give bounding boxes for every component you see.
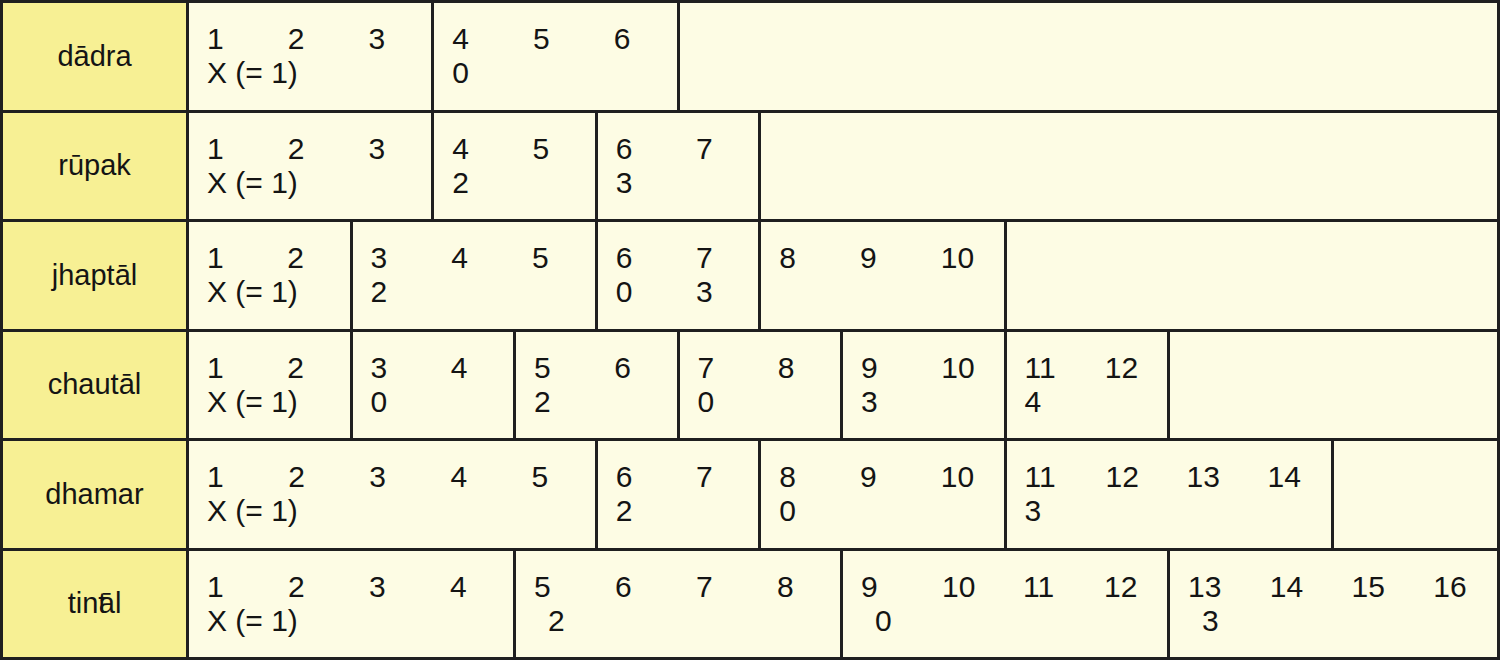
beat-slot: 6: [597, 570, 678, 638]
beat-slot: 3: [351, 22, 432, 90]
beat-slot: 12: [1087, 351, 1167, 419]
beat-marking: [614, 56, 677, 90]
tala-label-tintal: tintāl: [3, 551, 189, 658]
vibhag-cell-rupak-2: 425: [434, 113, 598, 220]
beat-number: 8: [779, 460, 842, 494]
beat-number: 5: [533, 132, 595, 166]
vibhag-cell-jhaptal-1: 1X (= 1)2: [189, 222, 353, 329]
beat-slot: 8: [761, 241, 842, 309]
beat-number: 1: [207, 351, 269, 385]
beat-slot: 113: [1007, 460, 1088, 528]
beat-slot: 114: [1007, 351, 1087, 419]
beat-marking: [450, 494, 513, 528]
beat-number: 9: [860, 460, 923, 494]
beat-number: 5: [534, 570, 597, 604]
beat-marking: [779, 275, 842, 309]
beat-slot: 52: [516, 570, 597, 638]
beat-number: 6: [614, 351, 676, 385]
beat-marking: [941, 275, 1004, 309]
beat-marking: 3: [861, 385, 923, 419]
beat-number: 6: [614, 22, 677, 56]
beat-marking: [860, 275, 923, 309]
tala-label-text: dhamar: [45, 478, 143, 511]
beat-marking: 3: [1025, 494, 1088, 528]
beat-slot: 12: [1086, 570, 1167, 638]
beat-slot: 3: [351, 570, 432, 638]
beat-number: 4: [452, 132, 514, 166]
beat-number: 6: [616, 460, 678, 494]
beat-marking: [941, 494, 1004, 528]
empty-remainder: [761, 113, 1497, 220]
vibhag-cell-tintal-3: 90101112: [843, 551, 1170, 658]
vibhag-cell-tintal-2: 52678: [516, 551, 843, 658]
empty-remainder: [680, 3, 1498, 110]
beat-marking: 0: [616, 275, 678, 309]
beat-slot: 90: [843, 570, 924, 638]
beat-marking: [288, 604, 351, 638]
vibhag-cell-chautal-6: 11412: [1007, 332, 1171, 439]
tala-label-text: chautāl: [48, 368, 142, 401]
empty-remainder: [1170, 332, 1497, 439]
beat-slot: 4: [433, 351, 513, 419]
beat-number: 9: [861, 570, 924, 604]
beat-slot: 7: [678, 460, 758, 528]
beat-marking: X (= 1): [207, 385, 269, 419]
beat-slot: 70: [680, 351, 760, 419]
beat-marking: [369, 166, 432, 200]
beat-slot: 4: [433, 241, 514, 309]
beat-number: 8: [777, 570, 840, 604]
beat-slot: 10: [923, 460, 1004, 528]
beat-marking: [778, 385, 840, 419]
beat-number: 14: [1270, 570, 1334, 604]
beat-number: 11: [1023, 570, 1086, 604]
tala-row-chautal: chautāl1X (= 1)2304526708931011412: [3, 332, 1497, 442]
beat-number: 6: [616, 241, 678, 275]
beat-number: 4: [450, 460, 513, 494]
beat-slot: 8: [759, 570, 840, 638]
beat-slot: 14: [1252, 570, 1334, 638]
beat-slot: 62: [598, 460, 678, 528]
beat-marking: 2: [616, 494, 678, 528]
tala-label-text: rūpak: [58, 149, 131, 182]
beat-slot: 1X (= 1): [189, 22, 270, 90]
beat-marking: [1105, 385, 1167, 419]
beat-slot: 5: [515, 132, 595, 200]
beat-slot: 10: [923, 351, 1003, 419]
beat-marking: 0: [861, 604, 924, 638]
beat-slot: 63: [598, 132, 678, 200]
beat-marking: [288, 56, 351, 90]
tala-label-text: dādra: [57, 40, 131, 73]
vibhag-cell-dadra-2: 4056: [434, 3, 679, 110]
beat-number: 3: [371, 351, 433, 385]
beat-number: 2: [288, 22, 351, 56]
beat-marking: [696, 604, 759, 638]
beat-marking: [533, 56, 596, 90]
beat-slot: 133: [1170, 570, 1252, 638]
tala-label-text-part: tin: [68, 587, 99, 620]
beat-marking: [860, 494, 923, 528]
beat-slot: 10: [923, 241, 1004, 309]
beat-number: 12: [1105, 351, 1167, 385]
vibhag-cell-dhamar-3: 80910: [761, 441, 1006, 548]
beat-slot: 1X (= 1): [189, 460, 270, 528]
beat-number: 10: [941, 241, 1004, 275]
beat-marking: 2: [371, 275, 434, 309]
beat-marking: [615, 604, 678, 638]
tala-table: dādra1X (= 1)234056rūpak1X (= 1)23425637…: [0, 0, 1500, 660]
beat-marking: [532, 494, 595, 528]
tala-row-rupak: rūpak1X (= 1)23425637: [3, 113, 1497, 223]
beat-marking: 2: [452, 166, 514, 200]
tala-label-dadra: dādra: [3, 3, 189, 110]
beat-slot: 5: [514, 241, 595, 309]
tala-label-rupak: rūpak: [3, 113, 189, 220]
beat-number: 10: [942, 570, 1005, 604]
beat-marking: [1023, 604, 1086, 638]
beat-slot: 12: [1088, 460, 1169, 528]
beat-number: 4: [450, 570, 513, 604]
beat-slot: 4: [432, 460, 513, 528]
beat-number: 7: [696, 570, 759, 604]
beat-number: 2: [288, 570, 351, 604]
beat-marking: 0: [452, 56, 515, 90]
beat-marking: 3: [1188, 604, 1252, 638]
beat-marking: 0: [779, 494, 842, 528]
beat-slot: 60: [598, 241, 678, 309]
beat-marking: [451, 385, 513, 419]
beat-area-dhamar: 1X (= 1)234562780910113121314: [189, 441, 1497, 548]
beat-number: 9: [860, 241, 923, 275]
beat-slot: 16: [1415, 570, 1497, 638]
beat-slot: 73: [678, 241, 758, 309]
tala-row-tintal: tintāl1X (= 1)2345267890101112133141516: [3, 551, 1497, 658]
vibhag-cell-chautal-3: 526: [516, 332, 680, 439]
beat-number: 5: [532, 460, 595, 494]
beat-marking: [450, 604, 513, 638]
vibhag-cell-tintal-1: 1X (= 1)234: [189, 551, 516, 658]
beat-slot: 5: [514, 460, 595, 528]
beat-number: 13: [1188, 570, 1252, 604]
beat-slot: 13: [1169, 460, 1250, 528]
beat-marking: 0: [371, 385, 433, 419]
beat-slot: 1X (= 1): [189, 132, 270, 200]
vibhag-cell-rupak-3: 637: [598, 113, 762, 220]
beat-marking: [1352, 604, 1416, 638]
vibhag-cell-chautal-5: 9310: [843, 332, 1007, 439]
beat-number: 13: [1187, 460, 1250, 494]
beat-number: 10: [941, 460, 1004, 494]
tala-row-dhamar: dhamar1X (= 1)234562780910113121314: [3, 441, 1497, 551]
beat-number: 2: [288, 460, 351, 494]
beat-slot: 3: [351, 132, 432, 200]
beat-slot: 32: [353, 241, 434, 309]
beat-number: 4: [452, 22, 515, 56]
beat-area-tintal: 1X (= 1)2345267890101112133141516: [189, 551, 1497, 658]
beat-marking: [287, 385, 349, 419]
vibhag-cell-dhamar-1: 1X (= 1)2345: [189, 441, 598, 548]
beat-slot: 15: [1334, 570, 1416, 638]
beat-marking: 3: [616, 166, 678, 200]
beat-number: 11: [1025, 460, 1088, 494]
beat-slot: 14: [1250, 460, 1331, 528]
beat-slot: 9: [842, 241, 923, 309]
beat-marking: X (= 1): [207, 275, 269, 309]
beat-number: 3: [369, 132, 432, 166]
beat-number: 8: [779, 241, 842, 275]
beat-number: 2: [288, 132, 351, 166]
beat-slot: 3: [351, 460, 432, 528]
beat-area-jhaptal: 1X (= 1)2324560738910: [189, 222, 1497, 329]
tala-label-chautal: chautāl: [3, 332, 189, 439]
vibhag-cell-jhaptal-2: 3245: [353, 222, 598, 329]
beat-area-rupak: 1X (= 1)23425637: [189, 113, 1497, 220]
beat-marking: [1104, 604, 1167, 638]
beat-number: 5: [534, 351, 596, 385]
beat-number: 16: [1433, 570, 1497, 604]
beat-number: 6: [615, 570, 678, 604]
vibhag-cell-chautal-4: 708: [680, 332, 844, 439]
beat-number: 3: [371, 241, 434, 275]
beat-marking: [696, 166, 758, 200]
beat-number: 1: [207, 460, 270, 494]
beat-number: 1: [207, 22, 270, 56]
beat-marking: 2: [534, 385, 596, 419]
beat-marking: [1268, 494, 1331, 528]
beat-marking: X (= 1): [207, 494, 270, 528]
empty-remainder: [1007, 222, 1498, 329]
beat-area-chautal: 1X (= 1)2304526708931011412: [189, 332, 1497, 439]
beat-slot: 2: [270, 132, 351, 200]
beat-marking: 2: [534, 604, 597, 638]
vibhag-cell-dhamar-4: 113121314: [1007, 441, 1334, 548]
beat-marking: 0: [698, 385, 760, 419]
beat-number: 3: [369, 570, 432, 604]
vibhag-cell-tintal-4: 133141516: [1170, 551, 1497, 658]
vibhag-cell-rupak-1: 1X (= 1)23: [189, 113, 434, 220]
beat-marking: 3: [696, 275, 758, 309]
beat-marking: [532, 275, 595, 309]
beat-slot: 93: [843, 351, 923, 419]
beat-marking: [287, 275, 349, 309]
beat-slot: 7: [678, 132, 758, 200]
beat-number: 1: [207, 132, 270, 166]
beat-number: 4: [451, 351, 513, 385]
beat-number: 7: [698, 351, 760, 385]
beat-slot: 2: [270, 22, 351, 90]
beat-slot: 2: [270, 460, 351, 528]
beat-slot: 40: [434, 22, 515, 90]
beat-number: 12: [1104, 570, 1167, 604]
beat-slot: 4: [432, 570, 513, 638]
beat-number: 3: [369, 22, 432, 56]
beat-marking: [614, 385, 676, 419]
beat-number: 6: [616, 132, 678, 166]
beat-marking: X (= 1): [207, 56, 270, 90]
beat-marking: [696, 494, 758, 528]
beat-number: 1: [207, 570, 270, 604]
beat-marking: X (= 1): [207, 604, 270, 638]
tala-label-jhaptal: jhaptāl: [3, 222, 189, 329]
vibhag-cell-chautal-1: 1X (= 1)2: [189, 332, 353, 439]
beat-slot: 52: [516, 351, 596, 419]
beat-marking: [777, 604, 840, 638]
beat-slot: 7: [678, 570, 759, 638]
empty-remainder: [1334, 441, 1498, 548]
beat-marking: 4: [1025, 385, 1087, 419]
vibhag-cell-dhamar-2: 627: [598, 441, 762, 548]
beat-marking: [288, 494, 351, 528]
beat-number: 12: [1106, 460, 1169, 494]
beat-number: 14: [1268, 460, 1331, 494]
beat-slot: 2: [270, 570, 351, 638]
beat-number: 2: [287, 351, 349, 385]
beat-marking: [1433, 604, 1497, 638]
beat-marking: [1187, 494, 1250, 528]
beat-marking: [1106, 494, 1169, 528]
beat-marking: [942, 604, 1005, 638]
tala-row-jhaptal: jhaptāl1X (= 1)2324560738910: [3, 222, 1497, 332]
beat-number: 7: [696, 241, 758, 275]
beat-marking: [369, 494, 432, 528]
beat-number: 7: [696, 132, 758, 166]
beat-marking: [369, 604, 432, 638]
tala-label-dhamar: dhamar: [3, 441, 189, 548]
beat-marking: [1270, 604, 1334, 638]
beat-number: 7: [696, 460, 758, 494]
vibhag-cell-jhaptal-3: 6073: [598, 222, 762, 329]
beat-slot: 42: [434, 132, 514, 200]
beat-slot: 11: [1005, 570, 1086, 638]
beat-slot: 9: [842, 460, 923, 528]
tala-label-text: jhaptāl: [52, 259, 137, 292]
beat-slot: 80: [761, 460, 842, 528]
tala-label-text-part: āl: [99, 587, 122, 620]
beat-number: 3: [369, 460, 432, 494]
beat-slot: 2: [269, 351, 349, 419]
beat-number: 15: [1352, 570, 1416, 604]
beat-slot: 30: [353, 351, 433, 419]
beat-number: 9: [861, 351, 923, 385]
beat-number: 8: [778, 351, 840, 385]
beat-marking: X (= 1): [207, 166, 270, 200]
vibhag-cell-chautal-2: 304: [353, 332, 517, 439]
beat-number: 5: [532, 241, 595, 275]
beat-slot: 10: [924, 570, 1005, 638]
beat-slot: 1X (= 1): [189, 351, 269, 419]
beat-number: 10: [941, 351, 1003, 385]
beat-marking: [533, 166, 595, 200]
beat-slot: 6: [596, 22, 677, 90]
beat-number: 4: [451, 241, 514, 275]
beat-number: 5: [533, 22, 596, 56]
beat-slot: 1X (= 1): [189, 570, 270, 638]
beat-number: 11: [1025, 351, 1087, 385]
beat-area-dadra: 1X (= 1)234056: [189, 3, 1497, 110]
beat-number: 1: [207, 241, 269, 275]
beat-slot: 1X (= 1): [189, 241, 269, 309]
tala-row-dadra: dādra1X (= 1)234056: [3, 3, 1497, 113]
beat-slot: 8: [760, 351, 840, 419]
beat-marking: [451, 275, 514, 309]
beat-slot: 6: [596, 351, 676, 419]
beat-number: 2: [287, 241, 349, 275]
vibhag-cell-jhaptal-4: 8910: [761, 222, 1006, 329]
beat-marking: [288, 166, 351, 200]
beat-slot: 2: [269, 241, 349, 309]
beat-marking: [369, 56, 432, 90]
beat-marking: [941, 385, 1003, 419]
vibhag-cell-dadra-1: 1X (= 1)23: [189, 3, 434, 110]
beat-slot: 5: [515, 22, 596, 90]
